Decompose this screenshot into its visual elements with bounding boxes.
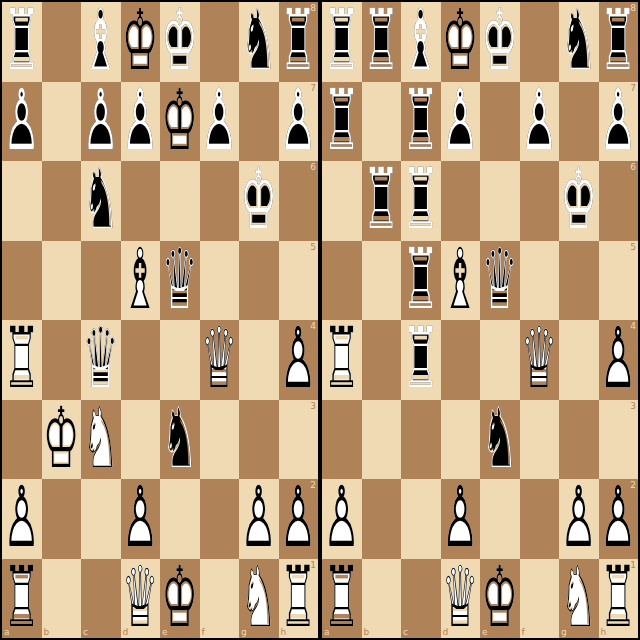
piece-black-pawn[interactable]: ♟♙ (2, 79, 42, 163)
black-knight-outline-icon: ♘ (81, 159, 121, 243)
black-pawn-outline-icon: ♙ (200, 79, 240, 163)
black-rook-outline-icon: ♖ (401, 318, 441, 402)
square-h2[interactable]: ♟♙2 (599, 479, 639, 559)
square-e7[interactable] (480, 82, 520, 162)
piece-black-knight[interactable]: ♞♘ (239, 0, 279, 84)
square-h5[interactable]: 5 (599, 241, 639, 321)
piece-black-knight[interactable]: ♞♘ (480, 397, 520, 481)
square-e5[interactable]: ♛♕ (160, 241, 200, 321)
square-d5[interactable]: ♝♗ (121, 241, 161, 321)
file-label-f: f (522, 627, 525, 637)
piece-black-knight[interactable]: ♞♘ (160, 397, 200, 481)
square-g2[interactable]: ♟♙ (559, 479, 599, 559)
square-a3[interactable] (2, 400, 42, 480)
square-f6[interactable] (200, 161, 240, 241)
square-h7[interactable]: ♟♙7 (279, 82, 319, 162)
black-rook-outline-icon: ♖ (362, 159, 402, 243)
piece-black-rook[interactable]: ♜♖ (362, 0, 402, 84)
square-b7[interactable] (42, 82, 82, 162)
square-g8[interactable]: ♞♘ (239, 2, 279, 82)
square-a4[interactable]: ♜♖ (322, 320, 362, 400)
square-a2[interactable]: ♟♙ (2, 479, 42, 559)
file-label-e: e (482, 627, 488, 637)
square-h2[interactable]: ♟♙2 (279, 479, 319, 559)
square-g7[interactable] (239, 82, 279, 162)
white-king-outline-icon: ♔ (160, 79, 200, 163)
square-h6[interactable]: 6 (279, 161, 319, 241)
square-f1[interactable]: f (200, 559, 240, 639)
white-bishop-outline-icon: ♗ (441, 238, 481, 322)
square-d1[interactable]: ♛♕d (441, 559, 481, 639)
square-f4[interactable]: ♛♕ (520, 320, 560, 400)
square-e6[interactable] (480, 161, 520, 241)
square-f3[interactable] (520, 400, 560, 480)
piece-white-bishop[interactable]: ♝♗ (121, 238, 161, 322)
square-f2[interactable] (200, 479, 240, 559)
square-e7[interactable]: ♚♔ (160, 82, 200, 162)
piece-black-rook[interactable]: ♜♖ (362, 159, 402, 243)
square-g3[interactable] (559, 400, 599, 480)
piece-black-knight[interactable]: ♞♘ (81, 159, 121, 243)
rank-label-8: 8 (630, 3, 636, 13)
square-b7[interactable] (362, 82, 402, 162)
piece-white-king[interactable]: ♚♔ (42, 397, 82, 481)
rank-label-5: 5 (310, 242, 316, 252)
square-b8[interactable]: ♜♖ (362, 2, 402, 82)
square-d4[interactable] (121, 320, 161, 400)
white-king-outline-icon: ♔ (42, 397, 82, 481)
square-h3[interactable]: 3 (599, 400, 639, 480)
square-g6[interactable]: ♚♔ (239, 161, 279, 241)
piece-black-king[interactable]: ♚♔ (559, 159, 599, 243)
square-g3[interactable] (239, 400, 279, 480)
black-knight-outline-icon: ♘ (160, 397, 200, 481)
square-h8[interactable]: ♜♖8 (279, 2, 319, 82)
square-h5[interactable]: 5 (279, 241, 319, 321)
square-h4[interactable]: ♟♙4 (599, 320, 639, 400)
rank-label-3: 3 (310, 401, 316, 411)
file-label-b: b (364, 627, 370, 637)
square-d1[interactable]: ♛♕d (121, 559, 161, 639)
file-label-e: e (162, 627, 168, 637)
square-d8[interactable]: ♚♔ (121, 2, 161, 82)
rank-label-2: 2 (310, 480, 316, 490)
black-pawn-outline-icon: ♙ (520, 79, 560, 163)
square-d7[interactable]: ♟♙ (441, 82, 481, 162)
square-b3[interactable] (362, 400, 402, 480)
square-c4[interactable]: ♜♖ (401, 320, 441, 400)
square-g5[interactable] (239, 241, 279, 321)
piece-black-king[interactable]: ♚♔ (239, 159, 279, 243)
white-bishop-outline-icon: ♗ (121, 238, 161, 322)
square-h3[interactable]: 3 (279, 400, 319, 480)
square-c4[interactable]: ♛♕ (81, 320, 121, 400)
white-knight-outline-icon: ♘ (81, 397, 121, 481)
square-d7[interactable]: ♟♙ (121, 82, 161, 162)
square-g7[interactable] (559, 82, 599, 162)
piece-black-pawn[interactable]: ♟♙ (520, 79, 560, 163)
square-g4[interactable] (239, 320, 279, 400)
piece-black-knight[interactable]: ♞♘ (559, 0, 599, 84)
square-f4[interactable]: ♛♕ (200, 320, 240, 400)
square-a5[interactable] (322, 241, 362, 321)
rank-label-7: 7 (630, 83, 636, 93)
square-e2[interactable] (160, 479, 200, 559)
rank-label-4: 4 (310, 321, 316, 331)
rank-label-6: 6 (310, 162, 316, 172)
square-d2[interactable]: ♟♙ (441, 479, 481, 559)
square-c8[interactable]: ♝♗ (81, 2, 121, 82)
square-b5[interactable] (362, 241, 402, 321)
square-f8[interactable] (520, 2, 560, 82)
black-queen-outline-icon: ♕ (480, 238, 520, 322)
piece-white-queen[interactable]: ♛♕ (200, 318, 240, 402)
piece-black-queen[interactable]: ♛♕ (160, 238, 200, 322)
square-c7[interactable]: ♟♙ (81, 82, 121, 162)
piece-white-rook[interactable]: ♜♖ (322, 318, 362, 402)
square-g1[interactable]: ♞♘g (239, 559, 279, 639)
rank-label-1: 1 (630, 560, 636, 570)
square-g5[interactable] (559, 241, 599, 321)
square-a7[interactable]: ♟♙ (2, 82, 42, 162)
square-g2[interactable]: ♟♙ (239, 479, 279, 559)
file-label-h: h (281, 627, 287, 637)
black-knight-outline-icon: ♘ (480, 397, 520, 481)
square-b6[interactable] (42, 161, 82, 241)
square-c2[interactable] (81, 479, 121, 559)
square-a6[interactable] (322, 161, 362, 241)
square-h4[interactable]: ♟♙4 (279, 320, 319, 400)
square-c6[interactable]: ♜♖ (401, 161, 441, 241)
piece-white-rook[interactable]: ♜♖ (2, 318, 42, 402)
black-knight-outline-icon: ♘ (559, 0, 599, 84)
piece-black-king[interactable]: ♚♔ (480, 0, 520, 84)
white-queen-outline-icon: ♕ (200, 318, 240, 402)
square-e3[interactable]: ♞♘ (160, 400, 200, 480)
square-f5[interactable] (520, 241, 560, 321)
square-a5[interactable] (2, 241, 42, 321)
square-g6[interactable]: ♚♔ (559, 161, 599, 241)
file-label-c: c (83, 627, 88, 637)
square-b4[interactable] (362, 320, 402, 400)
black-pawn-outline-icon: ♙ (121, 79, 161, 163)
square-a6[interactable] (2, 161, 42, 241)
file-label-h: h (601, 627, 607, 637)
square-b2[interactable] (362, 479, 402, 559)
square-f7[interactable]: ♟♙ (520, 82, 560, 162)
piece-white-queen[interactable]: ♛♕ (520, 318, 560, 402)
white-rook-outline-icon: ♖ (2, 318, 42, 402)
board-right: ♜♖♜♖♝♗♚♔♚♔♞♘♜♖8♜♖♜♖♟♙♟♙♟♙7♜♖♜♖♚♔6♜♖♝♗♛♕5… (320, 0, 640, 640)
file-label-d: d (123, 627, 129, 637)
square-f1[interactable]: f (520, 559, 560, 639)
black-queen-outline-icon: ♕ (160, 238, 200, 322)
black-knight-outline-icon: ♘ (239, 0, 279, 84)
square-g4[interactable] (559, 320, 599, 400)
square-e2[interactable] (480, 479, 520, 559)
square-g1[interactable]: ♞♘g (559, 559, 599, 639)
square-h1[interactable]: ♜♖h1 (279, 559, 319, 639)
square-a4[interactable]: ♜♖ (2, 320, 42, 400)
square-d6[interactable] (441, 161, 481, 241)
square-h7[interactable]: ♟♙7 (599, 82, 639, 162)
square-b2[interactable] (42, 479, 82, 559)
square-b1[interactable]: b (362, 559, 402, 639)
square-c1[interactable]: c (401, 559, 441, 639)
board-left: ♜♖♝♗♚♔♚♔♞♘♜♖8♟♙♟♙♟♙♚♔♟♙♟♙7♞♘♚♔6♝♗♛♕5♜♖♛♕… (0, 0, 320, 640)
square-a1[interactable]: ♜♖a (322, 559, 362, 639)
square-e5[interactable]: ♛♕ (480, 241, 520, 321)
square-d8[interactable]: ♚♔ (441, 2, 481, 82)
square-b3[interactable]: ♚♔ (42, 400, 82, 480)
square-h1[interactable]: ♜♖h1 (599, 559, 639, 639)
square-c5[interactable] (81, 241, 121, 321)
square-f7[interactable]: ♟♙ (200, 82, 240, 162)
square-f3[interactable] (200, 400, 240, 480)
square-d3[interactable] (441, 400, 481, 480)
square-a8[interactable]: ♜♖ (2, 2, 42, 82)
square-g8[interactable]: ♞♘ (559, 2, 599, 82)
square-b1[interactable]: b (42, 559, 82, 639)
black-king-outline-icon: ♔ (239, 159, 279, 243)
black-king-outline-icon: ♔ (480, 0, 520, 84)
square-b6[interactable]: ♜♖ (362, 161, 402, 241)
square-c6[interactable]: ♞♘ (81, 161, 121, 241)
rank-label-7: 7 (310, 83, 316, 93)
black-pawn-outline-icon: ♙ (441, 79, 481, 163)
rank-label-6: 6 (630, 162, 636, 172)
piece-black-pawn[interactable]: ♟♙ (200, 79, 240, 163)
file-label-g: g (561, 627, 567, 637)
square-e8[interactable]: ♚♔ (160, 2, 200, 82)
black-pawn-outline-icon: ♙ (2, 79, 42, 163)
piece-white-knight[interactable]: ♞♘ (81, 397, 121, 481)
square-d2[interactable]: ♟♙ (121, 479, 161, 559)
file-label-d: d (443, 627, 449, 637)
square-c2[interactable] (401, 479, 441, 559)
square-b4[interactable] (42, 320, 82, 400)
piece-black-pawn[interactable]: ♟♙ (441, 79, 481, 163)
square-c8[interactable]: ♝♗ (401, 2, 441, 82)
piece-black-queen[interactable]: ♛♕ (480, 238, 520, 322)
rank-label-5: 5 (630, 242, 636, 252)
square-c5[interactable]: ♜♖ (401, 241, 441, 321)
square-f5[interactable] (200, 241, 240, 321)
file-label-g: g (241, 627, 247, 637)
square-b5[interactable] (42, 241, 82, 321)
square-c3[interactable] (401, 400, 441, 480)
file-label-b: b (44, 627, 50, 637)
file-label-f: f (202, 627, 205, 637)
square-d6[interactable] (121, 161, 161, 241)
square-e8[interactable]: ♚♔ (480, 2, 520, 82)
black-king-outline-icon: ♔ (559, 159, 599, 243)
square-f2[interactable] (520, 479, 560, 559)
square-e1[interactable]: ♚♔e (160, 559, 200, 639)
file-label-a: a (324, 627, 330, 637)
square-c1[interactable]: c (81, 559, 121, 639)
piece-white-king[interactable]: ♚♔ (160, 79, 200, 163)
white-rook-outline-icon: ♖ (322, 318, 362, 402)
square-h6[interactable]: 6 (599, 161, 639, 241)
white-queen-outline-icon: ♕ (520, 318, 560, 402)
file-label-a: a (4, 627, 10, 637)
rank-label-4: 4 (630, 321, 636, 331)
square-a7[interactable]: ♜♖ (322, 82, 362, 162)
piece-black-rook[interactable]: ♜♖ (401, 318, 441, 402)
square-a8[interactable]: ♜♖ (322, 2, 362, 82)
file-label-c: c (403, 627, 408, 637)
piece-white-bishop[interactable]: ♝♗ (441, 238, 481, 322)
black-rook-outline-icon: ♖ (362, 0, 402, 84)
square-d4[interactable] (441, 320, 481, 400)
square-b8[interactable] (42, 2, 82, 82)
rank-label-2: 2 (630, 480, 636, 490)
square-e4[interactable] (480, 320, 520, 400)
square-e4[interactable] (160, 320, 200, 400)
square-a1[interactable]: ♜♖a (2, 559, 42, 639)
square-f6[interactable] (520, 161, 560, 241)
square-f8[interactable] (200, 2, 240, 82)
square-d5[interactable]: ♝♗ (441, 241, 481, 321)
square-d3[interactable] (121, 400, 161, 480)
black-rook-outline-icon: ♖ (322, 79, 362, 163)
square-a2[interactable]: ♟♙ (322, 479, 362, 559)
square-h8[interactable]: ♜♖8 (599, 2, 639, 82)
square-e6[interactable] (160, 161, 200, 241)
piece-black-rook[interactable]: ♜♖ (322, 79, 362, 163)
square-c3[interactable]: ♞♘ (81, 400, 121, 480)
piece-black-pawn[interactable]: ♟♙ (121, 79, 161, 163)
square-a3[interactable] (322, 400, 362, 480)
rank-label-1: 1 (310, 560, 316, 570)
square-c7[interactable]: ♜♖ (401, 82, 441, 162)
rank-label-8: 8 (310, 3, 316, 13)
rank-label-3: 3 (630, 401, 636, 411)
square-e1[interactable]: ♚♔e (480, 559, 520, 639)
square-e3[interactable]: ♞♘ (480, 400, 520, 480)
dual-board-diagram: ♜♖♝♗♚♔♚♔♞♘♜♖8♟♙♟♙♟♙♚♔♟♙♟♙7♞♘♚♔6♝♗♛♕5♜♖♛♕… (0, 0, 640, 640)
